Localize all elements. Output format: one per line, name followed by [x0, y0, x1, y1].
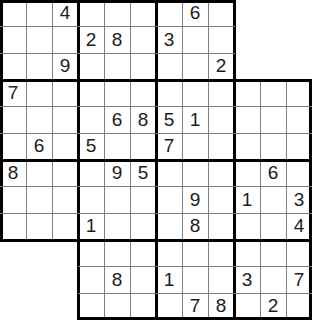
cell-r4c1 — [0, 80, 26, 107]
cell-r9c7[interactable] — [156, 213, 182, 240]
cell-r2c5 — [104, 27, 130, 54]
puzzle-screenshot: 46283927685165789569131848137782 — [0, 0, 312, 320]
cell-r8c1[interactable] — [0, 187, 26, 214]
cell-r10c5[interactable] — [104, 240, 130, 267]
cell-r6c10[interactable] — [234, 133, 260, 160]
cell-r8c5[interactable] — [104, 187, 130, 214]
cell-r11c5 — [104, 267, 130, 294]
cell-r7c1 — [0, 160, 26, 187]
cell-r5c8 — [182, 107, 208, 134]
cell-r12c9 — [208, 293, 234, 320]
cell-r3c9 — [208, 53, 234, 80]
cell-r2c4 — [78, 27, 104, 54]
cell-r7c3[interactable] — [52, 160, 78, 187]
cell-r7c11 — [260, 160, 286, 187]
cell-r7c5 — [104, 160, 130, 187]
cell-r11c8[interactable] — [182, 267, 208, 294]
cell-r4c2[interactable] — [26, 80, 52, 107]
cell-r10c11[interactable] — [260, 240, 286, 267]
cell-r8c11[interactable] — [260, 187, 286, 214]
cell-r8c4[interactable] — [78, 187, 104, 214]
cell-r6c1[interactable] — [0, 133, 26, 160]
cell-r6c6[interactable] — [130, 133, 156, 160]
cell-r10c6[interactable] — [130, 240, 156, 267]
cell-r9c2[interactable] — [26, 213, 52, 240]
cell-r10c10[interactable] — [234, 240, 260, 267]
cell-r8c9[interactable] — [208, 187, 234, 214]
cell-r2c6[interactable] — [130, 27, 156, 54]
cell-r6c7 — [156, 133, 182, 160]
cell-r11c7 — [156, 267, 182, 294]
cell-r1c6[interactable] — [130, 0, 156, 27]
cell-r5c9[interactable] — [208, 107, 234, 134]
cell-r1c7[interactable] — [156, 0, 182, 27]
cell-r5c1[interactable] — [0, 107, 26, 134]
cell-r1c4[interactable] — [78, 0, 104, 27]
cell-r1c1[interactable] — [0, 0, 26, 27]
cell-r12c4[interactable] — [78, 293, 104, 320]
cell-r10c12[interactable] — [286, 240, 312, 267]
cell-r12c12[interactable] — [286, 293, 312, 320]
cell-r10c9[interactable] — [208, 240, 234, 267]
cell-r8c8 — [182, 187, 208, 214]
cell-r10c4[interactable] — [78, 240, 104, 267]
cell-r2c2[interactable] — [26, 27, 52, 54]
cell-r10c8[interactable] — [182, 240, 208, 267]
sudoku-board: 46283927685165789569131848137782 — [0, 0, 312, 320]
cell-r6c2 — [26, 133, 52, 160]
cell-r11c6[interactable] — [130, 267, 156, 294]
cell-r9c10[interactable] — [234, 213, 260, 240]
cell-r5c6 — [130, 107, 156, 134]
cell-r7c12[interactable] — [286, 160, 312, 187]
cell-r6c4 — [78, 133, 104, 160]
cell-r1c3 — [52, 0, 78, 27]
cell-r2c3[interactable] — [52, 27, 78, 54]
cell-r4c12[interactable] — [286, 80, 312, 107]
cell-r7c7[interactable] — [156, 160, 182, 187]
cell-r7c10[interactable] — [234, 160, 260, 187]
cell-r3c2[interactable] — [26, 53, 52, 80]
cell-r4c8[interactable] — [182, 80, 208, 107]
cell-r2c9[interactable] — [208, 27, 234, 54]
cell-r4c3[interactable] — [52, 80, 78, 107]
cell-r5c3[interactable] — [52, 107, 78, 134]
cell-r8c3[interactable] — [52, 187, 78, 214]
cell-r6c12[interactable] — [286, 133, 312, 160]
cell-r7c4[interactable] — [78, 160, 104, 187]
cell-r8c12 — [286, 187, 312, 214]
cell-r7c2[interactable] — [26, 160, 52, 187]
cell-r9c5[interactable] — [104, 213, 130, 240]
cell-r6c9[interactable] — [208, 133, 234, 160]
cell-r1c5[interactable] — [104, 0, 130, 27]
cell-r6c3[interactable] — [52, 133, 78, 160]
cell-r3c8[interactable] — [182, 53, 208, 80]
cell-r5c4[interactable] — [78, 107, 104, 134]
cell-r9c6[interactable] — [130, 213, 156, 240]
cell-r7c9[interactable] — [208, 160, 234, 187]
cell-r5c7 — [156, 107, 182, 134]
cell-r5c12[interactable] — [286, 107, 312, 134]
cell-r12c5[interactable] — [104, 293, 130, 320]
cell-r6c11[interactable] — [260, 133, 286, 160]
cell-r1c9[interactable] — [208, 0, 234, 27]
cell-r1c2[interactable] — [26, 0, 52, 27]
cell-r10c7[interactable] — [156, 240, 182, 267]
cell-r4c7[interactable] — [156, 80, 182, 107]
cell-r4c11[interactable] — [260, 80, 286, 107]
cell-r12c11 — [260, 293, 286, 320]
cell-r11c11[interactable] — [260, 267, 286, 294]
cell-r11c10 — [234, 267, 260, 294]
cell-r4c10[interactable] — [234, 80, 260, 107]
cell-r6c5[interactable] — [104, 133, 130, 160]
cell-r5c10[interactable] — [234, 107, 260, 134]
cell-r3c1[interactable] — [0, 53, 26, 80]
cell-r3c3 — [52, 53, 78, 80]
cell-r4c6[interactable] — [130, 80, 156, 107]
cell-r11c12 — [286, 267, 312, 294]
cell-r3c7[interactable] — [156, 53, 182, 80]
cell-r8c6[interactable] — [130, 187, 156, 214]
cell-r8c2[interactable] — [26, 187, 52, 214]
cell-r7c6 — [130, 160, 156, 187]
cell-r9c12 — [286, 213, 312, 240]
cell-r8c10 — [234, 187, 260, 214]
cell-r7c8[interactable] — [182, 160, 208, 187]
cell-r5c2[interactable] — [26, 107, 52, 134]
cell-r4c5[interactable] — [104, 80, 130, 107]
cell-r9c3[interactable] — [52, 213, 78, 240]
cell-r3c5[interactable] — [104, 53, 130, 80]
cell-r9c1[interactable] — [0, 213, 26, 240]
cell-r9c4 — [78, 213, 104, 240]
cell-r11c9[interactable] — [208, 267, 234, 294]
cell-r1c8 — [182, 0, 208, 27]
cell-r2c7 — [156, 27, 182, 54]
cell-r3c4[interactable] — [78, 53, 104, 80]
cell-r2c1[interactable] — [0, 27, 26, 54]
cell-r8c7[interactable] — [156, 187, 182, 214]
cell-r9c9[interactable] — [208, 213, 234, 240]
cell-r12c8 — [182, 293, 208, 320]
cell-r4c4[interactable] — [78, 80, 104, 107]
cell-r5c11[interactable] — [260, 107, 286, 134]
cell-r5c5 — [104, 107, 130, 134]
cell-r12c6[interactable] — [130, 293, 156, 320]
cell-r2c8[interactable] — [182, 27, 208, 54]
cell-r4c9[interactable] — [208, 80, 234, 107]
cell-r12c10[interactable] — [234, 293, 260, 320]
cell-r12c7[interactable] — [156, 293, 182, 320]
cell-r3c6[interactable] — [130, 53, 156, 80]
cell-r6c8[interactable] — [182, 133, 208, 160]
cell-r9c8 — [182, 213, 208, 240]
cell-r11c4[interactable] — [78, 267, 104, 294]
cell-r9c11[interactable] — [260, 213, 286, 240]
